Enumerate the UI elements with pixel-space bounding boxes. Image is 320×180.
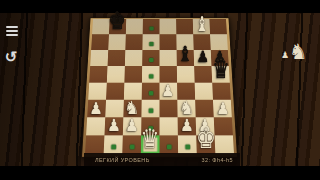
piece-white-pawn-b2[interactable]: ♟ [107,118,121,135]
square-c1[interactable] [122,135,141,154]
status-bar: ЛЕГКИЙ УРОВЕНЬ 32: Фh4-h5 [84,153,240,166]
square-a7[interactable] [91,34,109,50]
square-g5[interactable] [194,66,212,83]
legal-move-dot-d6[interactable] [149,58,153,62]
legal-move-dot-d5[interactable] [149,74,153,78]
square-b5[interactable] [107,66,125,83]
square-d6[interactable] [142,50,159,66]
square-f5[interactable] [177,66,195,83]
piece-white-knight-c3[interactable]: ♞ [125,98,141,116]
square-e3[interactable] [159,100,177,118]
top-letterbox-bar [0,0,320,13]
square-f8[interactable] [176,19,193,34]
square-h1[interactable] [215,135,234,154]
square-b3[interactable] [105,100,124,118]
piece-white-pawn-h3[interactable]: ♟ [216,100,229,116]
piece-black-bishop-f6[interactable]: ♝ [178,44,193,65]
square-e2[interactable] [159,117,177,135]
square-e8[interactable] [159,19,176,34]
square-d4[interactable] [142,83,160,100]
chess-app-screen: ↺ ♟ ♞ ♚♝♝♟♟♛♟♟♞♞♟♟♟♟♟♛♚ ЛЕГКИЙ УРОВЕНЬ 3… [0,0,320,180]
piece-white-knight-f3[interactable]: ♞ [179,98,195,116]
legal-move-dot-d7[interactable] [149,42,153,46]
square-a1[interactable] [85,135,104,154]
level-label: ЛЕГКИЙ УРОВЕНЬ [95,157,150,163]
square-d8[interactable] [143,19,160,34]
square-e7[interactable] [159,34,176,50]
square-f1[interactable] [178,135,197,154]
player-side-indicator: ♟ ♞ [281,40,315,66]
legal-move-dot-d3[interactable] [148,108,153,112]
legal-move-dot-d8[interactable] [149,26,153,30]
square-e1[interactable] [159,135,178,154]
square-h2[interactable] [214,117,233,135]
legal-move-dot-c1[interactable] [129,144,134,149]
square-b4[interactable] [106,83,124,100]
square-d7[interactable] [142,34,159,50]
piece-white-bishop-g8[interactable]: ♝ [195,14,209,34]
square-d3[interactable] [141,100,159,118]
piece-white-queen-d1[interactable]: ♛ [141,126,160,153]
menu-icon[interactable] [6,26,18,37]
square-c6[interactable] [125,50,143,66]
square-g4[interactable] [195,83,213,100]
square-a5[interactable] [89,66,107,83]
legal-move-dot-e1[interactable] [166,144,171,149]
square-a6[interactable] [90,50,108,66]
square-c7[interactable] [125,34,142,50]
legal-move-dot-f1[interactable] [185,144,190,149]
piece-black-queen-h5[interactable]: ♛ [212,57,230,82]
legal-move-dot-d4[interactable] [148,91,152,95]
rotate-undo-icon[interactable]: ↺ [3,49,19,65]
legal-move-dot-b1[interactable] [111,144,116,149]
square-a2[interactable] [86,117,105,135]
piece-black-king-b8[interactable]: ♚ [109,9,127,34]
square-b1[interactable] [104,135,123,154]
bottom-letterbox-bar [0,166,320,180]
square-b7[interactable] [108,34,126,50]
move-label: 32: Фh4-h5 [202,157,233,163]
piece-white-pawn-a3[interactable]: ♟ [90,100,103,116]
piece-white-pawn-e4[interactable]: ♟ [162,83,175,99]
square-c5[interactable] [124,66,142,83]
square-d5[interactable] [142,66,160,83]
square-h8[interactable] [209,19,227,34]
piece-white-king-g1[interactable]: ♚ [196,125,216,153]
piece-white-pawn-f2[interactable]: ♟ [180,118,194,135]
square-c8[interactable] [126,19,143,34]
square-g3[interactable] [195,100,214,118]
small-pawn-icon: ♟ [281,50,289,60]
piece-black-pawn-g6[interactable]: ♟ [196,50,209,65]
piece-white-pawn-c2[interactable]: ♟ [125,118,139,135]
square-a8[interactable] [92,19,110,34]
square-b6[interactable] [108,50,126,66]
square-e6[interactable] [159,50,176,66]
knight-icon: ♞ [289,40,308,64]
